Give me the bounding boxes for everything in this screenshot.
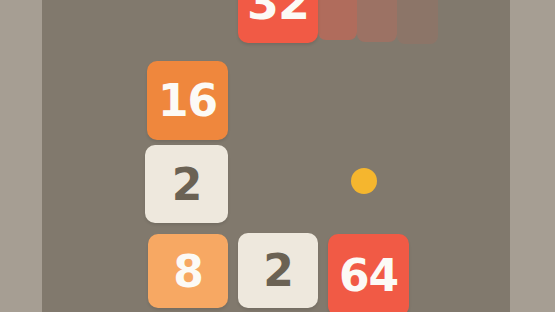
side-band-right	[510, 0, 555, 312]
tile-64: 64	[328, 234, 409, 312]
ball	[351, 168, 377, 194]
tile-32-trail-segment-1	[318, 0, 357, 40]
tile-16: 16	[147, 61, 228, 140]
side-band-left	[0, 0, 42, 312]
tile-32-trail-segment-2	[357, 0, 397, 42]
tile-2-bottom: 2	[238, 233, 318, 308]
tile-8: 8	[148, 234, 228, 308]
tile-32: 32	[238, 0, 318, 43]
tile-2-middle: 2	[145, 145, 228, 223]
playfield[interactable]: 321628264	[0, 0, 555, 312]
tile-32-trail-segment-3	[397, 0, 438, 44]
